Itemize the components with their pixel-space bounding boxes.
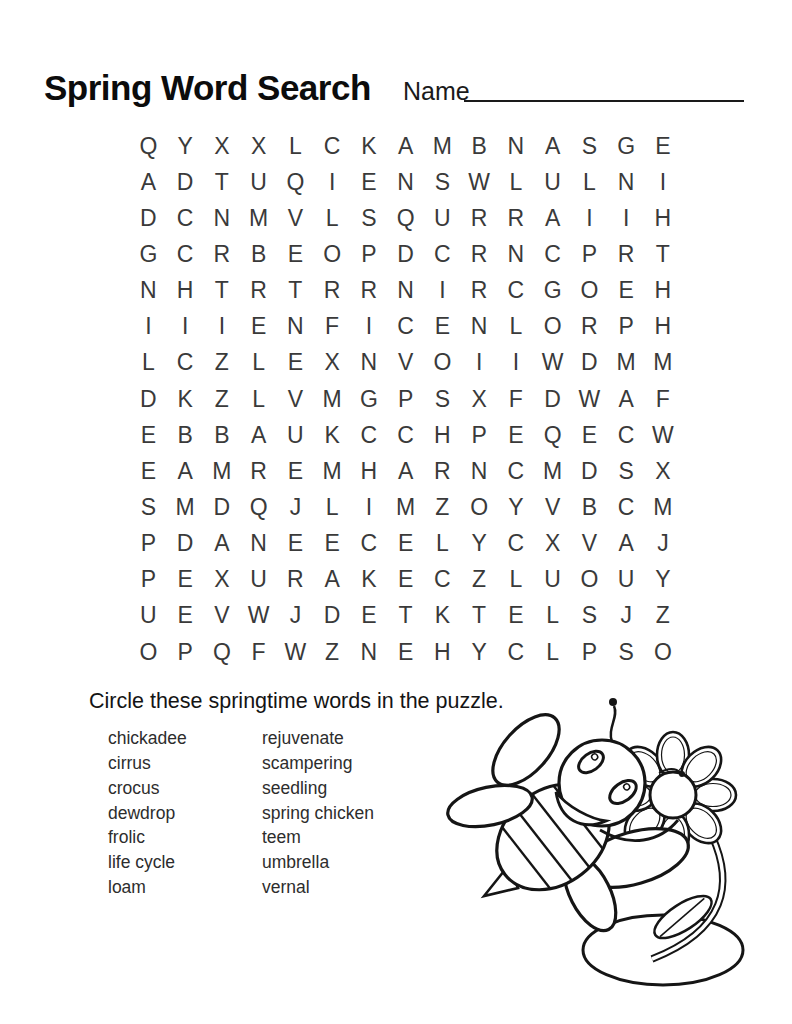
grid-cell-r4c3[interactable]: R	[204, 236, 241, 272]
grid-cell-r10c15[interactable]: X	[645, 453, 682, 489]
grid-cell-r10c13[interactable]: D	[571, 453, 608, 489]
grid-cell-r10c3[interactable]: M	[204, 453, 241, 489]
grid-cell-r7c8[interactable]: V	[387, 345, 424, 381]
grid-cell-r5c1[interactable]: N	[130, 273, 167, 309]
grid-cell-r12c13[interactable]: V	[571, 526, 608, 562]
grid-cell-r10c6[interactable]: M	[314, 453, 351, 489]
grid-cell-r13c8[interactable]: E	[387, 562, 424, 598]
grid-cell-r15c15[interactable]: O	[645, 634, 682, 670]
word-item: seedling	[262, 776, 374, 801]
grid-cell-r7c5[interactable]: E	[277, 345, 314, 381]
grid-cell-r4c8[interactable]: D	[387, 236, 424, 272]
grid-cell-r14c2[interactable]: E	[167, 598, 204, 634]
grid-cell-r15c6[interactable]: Z	[314, 634, 351, 670]
grid-cell-r12c5[interactable]: E	[277, 526, 314, 562]
grid-cell-r4c9[interactable]: C	[424, 236, 461, 272]
grid-cell-r11c9[interactable]: Z	[424, 489, 461, 525]
grid-cell-r13c14[interactable]: U	[608, 562, 645, 598]
grid-cell-r7c6[interactable]: X	[314, 345, 351, 381]
name-blank-line[interactable]	[464, 70, 744, 102]
grid-cell-r8c1[interactable]: D	[130, 381, 167, 417]
grid-cell-r11c5[interactable]: J	[277, 489, 314, 525]
grid-cell-r4c13[interactable]: P	[571, 236, 608, 272]
grid-cell-r13c2[interactable]: E	[167, 562, 204, 598]
grid-cell-r1c7[interactable]: K	[351, 128, 388, 164]
grid-cell-r4c12[interactable]: C	[534, 236, 571, 272]
grid-cell-r10c8[interactable]: A	[387, 453, 424, 489]
grid-cell-r1c6[interactable]: C	[314, 128, 351, 164]
grid-cell-r11c8[interactable]: M	[387, 489, 424, 525]
grid-cell-r1c8[interactable]: A	[387, 128, 424, 164]
word-search-grid[interactable]: QYXXLCKAMBNASGEADTUQIENSWLULNIDCNMVLSQUR…	[130, 128, 681, 670]
word-item: life cycle	[108, 850, 187, 875]
grid-cell-r5c12[interactable]: G	[534, 273, 571, 309]
grid-cell-r4c2[interactable]: C	[167, 236, 204, 272]
grid-cell-r6c11[interactable]: L	[498, 309, 535, 345]
grid-cell-r9c14[interactable]: C	[608, 417, 645, 453]
grid-cell-r9c7[interactable]: C	[351, 417, 388, 453]
grid-cell-r13c15[interactable]: Y	[645, 562, 682, 598]
grid-cell-r8c15[interactable]: F	[645, 381, 682, 417]
grid-cell-r6c12[interactable]: O	[534, 309, 571, 345]
grid-cell-r3c3[interactable]: N	[204, 200, 241, 236]
grid-cell-r5c8[interactable]: N	[387, 273, 424, 309]
grid-cell-r10c14[interactable]: S	[608, 453, 645, 489]
grid-cell-r6c1[interactable]: I	[130, 309, 167, 345]
grid-cell-r8c13[interactable]: W	[571, 381, 608, 417]
grid-cell-r10c4[interactable]: R	[240, 453, 277, 489]
grid-cell-r9c15[interactable]: W	[645, 417, 682, 453]
grid-cell-r11c12[interactable]: V	[534, 489, 571, 525]
grid-cell-r13c1[interactable]: P	[130, 562, 167, 598]
grid-cell-r2c10[interactable]: W	[461, 164, 498, 200]
grid-cell-r5c5[interactable]: T	[277, 273, 314, 309]
grid-cell-r8c8[interactable]: P	[387, 381, 424, 417]
grid-cell-r7c13[interactable]: D	[571, 345, 608, 381]
grid-cell-r13c9[interactable]: C	[424, 562, 461, 598]
word-item: frolic	[108, 825, 187, 850]
grid-cell-r2c13[interactable]: L	[571, 164, 608, 200]
grid-cell-r9c4[interactable]: A	[240, 417, 277, 453]
grid-cell-r9c8[interactable]: C	[387, 417, 424, 453]
grid-cell-r5c7[interactable]: R	[351, 273, 388, 309]
grid-cell-r5c15[interactable]: H	[645, 273, 682, 309]
grid-cell-r13c3[interactable]: X	[204, 562, 241, 598]
grid-cell-r4c1[interactable]: G	[130, 236, 167, 272]
grid-cell-r14c14[interactable]: J	[608, 598, 645, 634]
grid-cell-r7c2[interactable]: C	[167, 345, 204, 381]
grid-cell-r8c9[interactable]: S	[424, 381, 461, 417]
grid-cell-r2c7[interactable]: E	[351, 164, 388, 200]
grid-cell-r1c5[interactable]: L	[277, 128, 314, 164]
grid-cell-r1c10[interactable]: B	[461, 128, 498, 164]
grid-cell-r3c15[interactable]: H	[645, 200, 682, 236]
grid-cell-r1c12[interactable]: A	[534, 128, 571, 164]
word-item: chickadee	[108, 726, 187, 751]
word-item: rejuvenate	[262, 726, 374, 751]
grid-cell-r1c13[interactable]: S	[571, 128, 608, 164]
grid-cell-r3c7[interactable]: S	[351, 200, 388, 236]
grid-cell-r6c9[interactable]: E	[424, 309, 461, 345]
word-item: teem	[262, 825, 374, 850]
grid-cell-r15c1[interactable]: O	[130, 634, 167, 670]
grid-cell-r12c3[interactable]: A	[204, 526, 241, 562]
grid-cell-r11c1[interactable]: S	[130, 489, 167, 525]
grid-cell-r11c4[interactable]: Q	[240, 489, 277, 525]
grid-cell-r3c5[interactable]: V	[277, 200, 314, 236]
grid-cell-r8c12[interactable]: D	[534, 381, 571, 417]
grid-cell-r6c10[interactable]: N	[461, 309, 498, 345]
grid-cell-r15c3[interactable]: Q	[204, 634, 241, 670]
grid-cell-r11c13[interactable]: B	[571, 489, 608, 525]
grid-cell-r14c15[interactable]: Z	[645, 598, 682, 634]
grid-cell-r6c14[interactable]: P	[608, 309, 645, 345]
grid-cell-r2c5[interactable]: Q	[277, 164, 314, 200]
grid-cell-r7c11[interactable]: I	[498, 345, 535, 381]
grid-cell-r12c8[interactable]: E	[387, 526, 424, 562]
grid-cell-r8c2[interactable]: K	[167, 381, 204, 417]
grid-cell-r14c6[interactable]: D	[314, 598, 351, 634]
grid-cell-r13c6[interactable]: A	[314, 562, 351, 598]
grid-cell-r5c14[interactable]: E	[608, 273, 645, 309]
grid-cell-r10c2[interactable]: A	[167, 453, 204, 489]
word-item: loam	[108, 875, 187, 900]
grid-cell-r7c3[interactable]: Z	[204, 345, 241, 381]
grid-cell-r8c14[interactable]: A	[608, 381, 645, 417]
grid-cell-r1c4[interactable]: X	[240, 128, 277, 164]
grid-cell-r8c11[interactable]: F	[498, 381, 535, 417]
grid-cell-r15c14[interactable]: S	[608, 634, 645, 670]
grid-cell-r7c1[interactable]: L	[130, 345, 167, 381]
grid-cell-r12c12[interactable]: X	[534, 526, 571, 562]
grid-cell-r15c4[interactable]: F	[240, 634, 277, 670]
grid-cell-r9c13[interactable]: E	[571, 417, 608, 453]
grid-cell-r14c13[interactable]: S	[571, 598, 608, 634]
grid-cell-r15c13[interactable]: P	[571, 634, 608, 670]
grid-cell-r14c12[interactable]: L	[534, 598, 571, 634]
grid-cell-r3c6[interactable]: L	[314, 200, 351, 236]
grid-cell-r14c7[interactable]: E	[351, 598, 388, 634]
grid-cell-r15c5[interactable]: W	[277, 634, 314, 670]
grid-cell-r2c3[interactable]: T	[204, 164, 241, 200]
grid-cell-r12c15[interactable]: J	[645, 526, 682, 562]
bee-antenna-tip	[609, 698, 617, 706]
grid-cell-r9c11[interactable]: E	[498, 417, 535, 453]
grid-cell-r2c8[interactable]: N	[387, 164, 424, 200]
grid-cell-r5c3[interactable]: T	[204, 273, 241, 309]
flower-center	[650, 772, 696, 818]
grid-cell-r6c2[interactable]: I	[167, 309, 204, 345]
grid-cell-r14c8[interactable]: T	[387, 598, 424, 634]
grid-cell-r13c12[interactable]: U	[534, 562, 571, 598]
grid-cell-r10c5[interactable]: E	[277, 453, 314, 489]
grid-cell-r5c6[interactable]: R	[314, 273, 351, 309]
grid-cell-r8c4[interactable]: L	[240, 381, 277, 417]
grid-cell-r12c7[interactable]: C	[351, 526, 388, 562]
grid-cell-r11c6[interactable]: L	[314, 489, 351, 525]
grid-cell-r6c6[interactable]: F	[314, 309, 351, 345]
grid-cell-r11c2[interactable]: M	[167, 489, 204, 525]
grid-cell-r5c9[interactable]: I	[424, 273, 461, 309]
grid-cell-r7c7[interactable]: N	[351, 345, 388, 381]
grid-cell-r14c10[interactable]: T	[461, 598, 498, 634]
grid-cell-r6c5[interactable]: N	[277, 309, 314, 345]
grid-cell-r1c2[interactable]: Y	[167, 128, 204, 164]
grid-cell-r10c7[interactable]: H	[351, 453, 388, 489]
grid-cell-r11c7[interactable]: I	[351, 489, 388, 525]
grid-cell-r2c12[interactable]: U	[534, 164, 571, 200]
grid-cell-r11c11[interactable]: Y	[498, 489, 535, 525]
grid-cell-r14c9[interactable]: K	[424, 598, 461, 634]
grid-cell-r12c11[interactable]: C	[498, 526, 535, 562]
grid-cell-r5c11[interactable]: C	[498, 273, 535, 309]
word-list-column-1: chickadeecirruscrocusdewdropfroliclife c…	[108, 726, 187, 900]
word-item: umbrella	[262, 850, 374, 875]
word-item: dewdrop	[108, 801, 187, 826]
grid-cell-r4c7[interactable]: P	[351, 236, 388, 272]
grid-cell-r8c5[interactable]: V	[277, 381, 314, 417]
grid-cell-r8c3[interactable]: Z	[204, 381, 241, 417]
grid-cell-r5c4[interactable]: R	[240, 273, 277, 309]
grid-cell-r7c14[interactable]: M	[608, 345, 645, 381]
grid-cell-r11c10[interactable]: O	[461, 489, 498, 525]
grid-cell-r14c1[interactable]: U	[130, 598, 167, 634]
word-item: spring chicken	[262, 801, 374, 826]
grid-cell-r4c11[interactable]: N	[498, 236, 535, 272]
grid-cell-r4c10[interactable]: R	[461, 236, 498, 272]
grid-cell-r4c4[interactable]: B	[240, 236, 277, 272]
grid-cell-r2c1[interactable]: A	[130, 164, 167, 200]
grid-cell-r9c6[interactable]: K	[314, 417, 351, 453]
word-item: scampering	[262, 751, 374, 776]
grid-cell-r6c4[interactable]: E	[240, 309, 277, 345]
grid-cell-r11c14[interactable]: C	[608, 489, 645, 525]
grid-cell-r7c15[interactable]: M	[645, 345, 682, 381]
grid-cell-r5c13[interactable]: O	[571, 273, 608, 309]
worksheet-page: Spring Word Search Name QYXXLCKAMBNASGEA…	[0, 0, 792, 1024]
grid-cell-r3c2[interactable]: C	[167, 200, 204, 236]
grid-cell-r11c3[interactable]: D	[204, 489, 241, 525]
grid-cell-r1c15[interactable]: E	[645, 128, 682, 164]
grid-cell-r10c9[interactable]: R	[424, 453, 461, 489]
word-item: cirrus	[108, 751, 187, 776]
grid-cell-r1c9[interactable]: M	[424, 128, 461, 164]
grid-cell-r3c11[interactable]: R	[498, 200, 535, 236]
grid-cell-r13c5[interactable]: R	[277, 562, 314, 598]
grid-cell-r14c5[interactable]: J	[277, 598, 314, 634]
grid-cell-r11c15[interactable]: M	[645, 489, 682, 525]
grid-cell-r4c5[interactable]: E	[277, 236, 314, 272]
grid-cell-r9c5[interactable]: U	[277, 417, 314, 453]
grid-cell-r6c7[interactable]: I	[351, 309, 388, 345]
grid-cell-r9c2[interactable]: B	[167, 417, 204, 453]
grid-cell-r15c9[interactable]: H	[424, 634, 461, 670]
grid-cell-r8c6[interactable]: M	[314, 381, 351, 417]
grid-cell-r6c8[interactable]: C	[387, 309, 424, 345]
grid-cell-r2c9[interactable]: S	[424, 164, 461, 200]
grid-cell-r7c10[interactable]: I	[461, 345, 498, 381]
grid-cell-r3c14[interactable]: I	[608, 200, 645, 236]
grid-cell-r1c3[interactable]: X	[204, 128, 241, 164]
grid-cell-r5c10[interactable]: R	[461, 273, 498, 309]
grid-cell-r2c4[interactable]: U	[240, 164, 277, 200]
grid-cell-r13c11[interactable]: L	[498, 562, 535, 598]
grid-cell-r9c1[interactable]: E	[130, 417, 167, 453]
grid-cell-r12c10[interactable]: Y	[461, 526, 498, 562]
grid-cell-r14c3[interactable]: V	[204, 598, 241, 634]
grid-cell-r13c10[interactable]: Z	[461, 562, 498, 598]
grid-cell-r3c13[interactable]: I	[571, 200, 608, 236]
grid-cell-r8c7[interactable]: G	[351, 381, 388, 417]
grid-cell-r3c12[interactable]: A	[534, 200, 571, 236]
grid-cell-r12c4[interactable]: N	[240, 526, 277, 562]
grid-cell-r14c4[interactable]: W	[240, 598, 277, 634]
name-label: Name	[403, 77, 470, 106]
grid-cell-r2c2[interactable]: D	[167, 164, 204, 200]
grid-cell-r3c10[interactable]: R	[461, 200, 498, 236]
grid-cell-r6c3[interactable]: I	[204, 309, 241, 345]
grid-cell-r15c11[interactable]: C	[498, 634, 535, 670]
grid-cell-r15c10[interactable]: Y	[461, 634, 498, 670]
grid-cell-r15c7[interactable]: N	[351, 634, 388, 670]
grid-cell-r15c12[interactable]: L	[534, 634, 571, 670]
grid-cell-r7c9[interactable]: O	[424, 345, 461, 381]
grid-cell-r6c15[interactable]: H	[645, 309, 682, 345]
grid-cell-r5c2[interactable]: H	[167, 273, 204, 309]
grid-cell-r10c1[interactable]: E	[130, 453, 167, 489]
grid-cell-r9c3[interactable]: B	[204, 417, 241, 453]
grid-cell-r12c9[interactable]: L	[424, 526, 461, 562]
word-list-column-2: rejuvenatescamperingseedlingspring chick…	[262, 726, 374, 900]
grid-cell-r13c7[interactable]: K	[351, 562, 388, 598]
grid-cell-r3c9[interactable]: U	[424, 200, 461, 236]
grid-cell-r2c6[interactable]: I	[314, 164, 351, 200]
grid-cell-r1c1[interactable]: Q	[130, 128, 167, 164]
grid-cell-r4c6[interactable]: O	[314, 236, 351, 272]
grid-cell-r4c15[interactable]: T	[645, 236, 682, 272]
grid-cell-r7c12[interactable]: W	[534, 345, 571, 381]
grid-cell-r13c4[interactable]: U	[240, 562, 277, 598]
grid-cell-r9c10[interactable]: P	[461, 417, 498, 453]
word-item: crocus	[108, 776, 187, 801]
grid-cell-r9c9[interactable]: H	[424, 417, 461, 453]
grid-cell-r7c4[interactable]: L	[240, 345, 277, 381]
grid-cell-r10c12[interactable]: M	[534, 453, 571, 489]
grid-cell-r12c2[interactable]: D	[167, 526, 204, 562]
grid-cell-r3c4[interactable]: M	[240, 200, 277, 236]
grid-cell-r12c1[interactable]: P	[130, 526, 167, 562]
grid-cell-r2c11[interactable]: L	[498, 164, 535, 200]
grid-cell-r2c14[interactable]: N	[608, 164, 645, 200]
grid-cell-r9c12[interactable]: Q	[534, 417, 571, 453]
grid-cell-r1c14[interactable]: G	[608, 128, 645, 164]
grid-cell-r1c11[interactable]: N	[498, 128, 535, 164]
bee-antenna	[611, 706, 615, 742]
grid-cell-r14c11[interactable]: E	[498, 598, 535, 634]
grid-cell-r13c13[interactable]: O	[571, 562, 608, 598]
grid-cell-r3c8[interactable]: Q	[387, 200, 424, 236]
word-item: vernal	[262, 875, 374, 900]
grid-cell-r10c10[interactable]: N	[461, 453, 498, 489]
grid-cell-r15c2[interactable]: P	[167, 634, 204, 670]
grid-cell-r12c6[interactable]: E	[314, 526, 351, 562]
page-title: Spring Word Search	[44, 68, 371, 108]
grid-cell-r6c13[interactable]: R	[571, 309, 608, 345]
grid-cell-r4c14[interactable]: R	[608, 236, 645, 272]
grid-cell-r8c10[interactable]: X	[461, 381, 498, 417]
grid-cell-r10c11[interactable]: C	[498, 453, 535, 489]
grid-cell-r2c15[interactable]: I	[645, 164, 682, 200]
grid-cell-r3c1[interactable]: D	[130, 200, 167, 236]
grid-cell-r15c8[interactable]: E	[387, 634, 424, 670]
bee-flower-illustration	[440, 688, 792, 1024]
grid-cell-r12c14[interactable]: A	[608, 526, 645, 562]
